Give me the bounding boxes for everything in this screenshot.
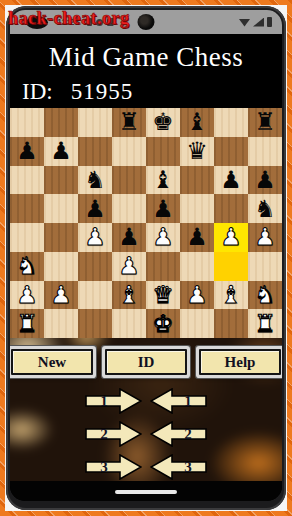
square-f4[interactable]: ♟ [180, 223, 214, 252]
page-background: hack-cheat.org 11:28 [5, 5, 287, 511]
square-h7[interactable] [248, 137, 282, 166]
black-pawn: ♟ [50, 139, 72, 163]
square-d3[interactable]: ♟ [112, 252, 146, 281]
black-pawn: ♟ [16, 139, 38, 163]
arrow-right-2-button[interactable]: 2 [85, 421, 142, 447]
square-g7[interactable] [214, 137, 248, 166]
square-a3[interactable]: ♞ [10, 252, 44, 281]
square-d6[interactable] [112, 166, 146, 195]
white-pawn: ♟ [186, 283, 208, 307]
square-a7[interactable]: ♟ [10, 137, 44, 166]
square-e5[interactable]: ♟ [146, 194, 180, 223]
square-g3[interactable] [214, 252, 248, 281]
white-pawn: ♟ [50, 283, 72, 307]
square-b7[interactable]: ♟ [44, 137, 78, 166]
white-pawn: ♟ [254, 225, 276, 249]
square-b6[interactable] [44, 166, 78, 195]
watermark-text: hack-cheat.org [8, 8, 129, 29]
square-d8[interactable]: ♜ [112, 108, 146, 137]
square-b8[interactable] [44, 108, 78, 137]
square-f3[interactable] [180, 252, 214, 281]
square-c7[interactable] [78, 137, 112, 166]
black-queen: ♛ [186, 139, 208, 163]
white-pawn: ♟ [84, 225, 106, 249]
black-bishop: ♝ [186, 110, 208, 134]
black-rook: ♜ [118, 110, 140, 134]
square-c8[interactable] [78, 108, 112, 137]
square-c6[interactable]: ♞ [78, 166, 112, 195]
arrow-row: 11 [85, 388, 207, 414]
game-id-value: 51955 [71, 76, 134, 108]
square-a5[interactable] [10, 194, 44, 223]
square-c1[interactable] [78, 309, 112, 338]
square-g5[interactable] [214, 194, 248, 223]
square-d2[interactable]: ♝ [112, 281, 146, 310]
square-a6[interactable] [10, 166, 44, 195]
game-id-label: ID: [22, 76, 53, 108]
arrow-number: 2 [91, 421, 117, 447]
white-pawn: ♟ [118, 254, 140, 278]
arrow-number: 3 [91, 454, 117, 480]
arrow-right-3-button[interactable]: 3 [85, 454, 142, 480]
square-h6[interactable]: ♟ [248, 166, 282, 195]
arrow-left-2-button[interactable]: 2 [150, 421, 207, 447]
lower-panel: New ID Help 112233 [10, 338, 282, 481]
square-a2[interactable]: ♟ [10, 281, 44, 310]
square-g8[interactable] [214, 108, 248, 137]
square-h5[interactable]: ♞ [248, 194, 282, 223]
square-g6[interactable]: ♟ [214, 166, 248, 195]
square-a8[interactable] [10, 108, 44, 137]
square-g4[interactable]: ♟ [214, 223, 248, 252]
arrow-row: 22 [85, 421, 207, 447]
black-pawn: ♟ [186, 225, 208, 249]
black-knight: ♞ [254, 197, 276, 221]
square-b5[interactable] [44, 194, 78, 223]
arrow-right-1-button[interactable]: 1 [85, 388, 142, 414]
signal-icon [253, 18, 264, 27]
square-d7[interactable] [112, 137, 146, 166]
square-f1[interactable] [180, 309, 214, 338]
black-pawn: ♟ [254, 168, 276, 192]
arrow-left-3-button[interactable]: 3 [150, 454, 207, 480]
square-c5[interactable]: ♟ [78, 194, 112, 223]
phone-screen: 11:28 Mid Game Chess ID: [10, 10, 282, 501]
black-pawn: ♟ [118, 225, 140, 249]
arrow-row: 33 [85, 454, 207, 480]
square-b1[interactable] [44, 309, 78, 338]
arrow-number: 1 [175, 388, 201, 414]
white-bishop: ♝ [220, 283, 242, 307]
arrow-number: 2 [175, 421, 201, 447]
arrow-left-1-button[interactable]: 1 [150, 388, 207, 414]
white-rook: ♜ [16, 312, 38, 336]
screenshot-frame: hack-cheat.org 11:28 [0, 0, 292, 516]
square-h1[interactable]: ♜ [248, 309, 282, 338]
wifi-icon [239, 18, 250, 27]
arrow-number: 3 [175, 454, 201, 480]
new-button[interactable]: New [11, 349, 93, 375]
square-c2[interactable] [78, 281, 112, 310]
black-bishop: ♝ [152, 168, 174, 192]
square-a1[interactable]: ♜ [10, 309, 44, 338]
square-c4[interactable]: ♟ [78, 223, 112, 252]
white-pawn: ♟ [220, 225, 242, 249]
square-e7[interactable] [146, 137, 180, 166]
square-f6[interactable] [180, 166, 214, 195]
black-knight: ♞ [84, 168, 106, 192]
white-king: ♚ [152, 312, 174, 336]
square-g2[interactable]: ♝ [214, 281, 248, 310]
white-queen: ♛ [152, 283, 174, 307]
square-g1[interactable] [214, 309, 248, 338]
square-e2[interactable]: ♛ [146, 281, 180, 310]
square-e6[interactable]: ♝ [146, 166, 180, 195]
status-right-icons [239, 10, 272, 34]
square-h3[interactable] [248, 252, 282, 281]
id-button[interactable]: ID [105, 349, 187, 375]
game-id-line: ID: 51955 [22, 76, 282, 108]
phone-mockup: 11:28 Mid Game Chess ID: [6, 6, 286, 510]
square-c3[interactable] [78, 252, 112, 281]
square-b3[interactable] [44, 252, 78, 281]
square-f5[interactable] [180, 194, 214, 223]
square-h4[interactable]: ♟ [248, 223, 282, 252]
help-button[interactable]: Help [199, 349, 281, 375]
square-e3[interactable] [146, 252, 180, 281]
square-e8[interactable]: ♚ [146, 108, 180, 137]
black-rook: ♜ [254, 110, 276, 134]
square-a4[interactable] [10, 223, 44, 252]
white-knight: ♞ [16, 254, 38, 278]
white-pawn: ♟ [16, 283, 38, 307]
square-d4[interactable]: ♟ [112, 223, 146, 252]
black-pawn: ♟ [220, 168, 242, 192]
square-e4[interactable]: ♟ [146, 223, 180, 252]
square-h2[interactable]: ♞ [248, 281, 282, 310]
punch-hole-camera [138, 14, 155, 30]
black-pawn: ♟ [152, 197, 174, 221]
square-d5[interactable] [112, 194, 146, 223]
square-f8[interactable]: ♝ [180, 108, 214, 137]
arrow-rows: 112233 [85, 388, 207, 480]
square-f7[interactable]: ♛ [180, 137, 214, 166]
white-pawn: ♟ [152, 225, 174, 249]
home-indicator[interactable] [115, 490, 177, 494]
square-b4[interactable] [44, 223, 78, 252]
battery-icon [267, 17, 272, 27]
app-title: Mid Game Chess [10, 40, 282, 74]
white-rook: ♜ [254, 312, 276, 336]
chess-board[interactable]: ♜♚♝♜♟♟♛♞♝♟♟♟♟♞♟♟♟♟♟♟♞♟♟♟♝♛♟♝♞♜♚♜ [10, 108, 282, 338]
square-b2[interactable]: ♟ [44, 281, 78, 310]
white-knight: ♞ [254, 283, 276, 307]
black-king: ♚ [152, 110, 174, 134]
button-row: New ID Help [11, 349, 281, 375]
square-d1[interactable] [112, 309, 146, 338]
square-f2[interactable]: ♟ [180, 281, 214, 310]
white-bishop: ♝ [118, 283, 140, 307]
arrow-number: 1 [91, 388, 117, 414]
square-e1[interactable]: ♚ [146, 309, 180, 338]
black-pawn: ♟ [84, 197, 106, 221]
navigation-bar [10, 481, 282, 501]
square-h8[interactable]: ♜ [248, 108, 282, 137]
